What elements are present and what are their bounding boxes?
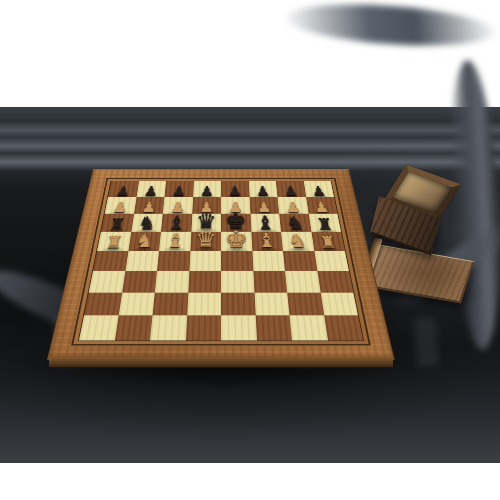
square-c2[interactable] [152, 292, 187, 315]
black-pawn-d8[interactable]: ♟ [193, 184, 221, 198]
square-e1[interactable] [221, 316, 257, 341]
square-h4[interactable] [314, 251, 349, 271]
white-knight-g5[interactable]: ♞ [281, 232, 314, 252]
square-h1[interactable] [324, 316, 363, 341]
square-g4[interactable] [283, 251, 317, 271]
square-g1[interactable] [290, 316, 328, 341]
square-c3[interactable] [155, 271, 189, 293]
square-b6[interactable]: ♞ [131, 214, 163, 232]
white-queen-d5[interactable]: ♛ [190, 229, 221, 252]
square-a2[interactable] [84, 292, 122, 315]
square-h6[interactable]: ♜ [308, 214, 341, 232]
board-frame: ♟♟♟♟♟♟♟♟♟♟♟♟♟♟♟♟♜♞♝♛♚♝♞♜♜♞♝♛♚♝♞♜ [47, 170, 395, 360]
square-f5[interactable]: ♝ [251, 232, 283, 251]
square-e3[interactable] [221, 271, 254, 293]
white-knight-b5[interactable]: ♞ [128, 232, 161, 252]
square-f3[interactable] [253, 271, 287, 293]
square-g7[interactable]: ♟ [278, 197, 309, 214]
square-h8[interactable]: ♟ [303, 181, 334, 197]
square-d2[interactable] [187, 292, 221, 315]
square-a1[interactable] [79, 316, 118, 341]
square-c4[interactable] [157, 251, 190, 271]
square-h2[interactable] [320, 292, 358, 315]
square-d3[interactable] [188, 271, 221, 293]
square-e2[interactable] [221, 292, 255, 315]
square-a7[interactable]: ♟ [105, 197, 137, 214]
square-f8[interactable]: ♟ [248, 181, 277, 197]
square-e4[interactable] [221, 251, 253, 271]
square-b2[interactable] [118, 292, 155, 315]
square-g5[interactable]: ♞ [281, 232, 314, 251]
black-pawn-h8[interactable]: ♟ [304, 184, 334, 198]
square-a5[interactable]: ♜ [97, 232, 131, 251]
board-grid: ♟♟♟♟♟♟♟♟♟♟♟♟♟♟♟♟♜♞♝♛♚♝♞♜♜♞♝♛♚♝♞♜ [78, 181, 364, 341]
black-rook-a6[interactable]: ♜ [101, 216, 134, 233]
white-bishop-c5[interactable]: ♝ [159, 231, 191, 251]
square-b7[interactable]: ♟ [134, 197, 165, 214]
white-pawn-a7[interactable]: ♟ [104, 200, 135, 215]
square-d1[interactable] [185, 316, 221, 341]
square-d4[interactable] [189, 251, 221, 271]
board-side-edge [49, 357, 393, 368]
square-e8[interactable]: ♟ [221, 181, 249, 197]
white-king-e5[interactable]: ♚ [221, 227, 252, 251]
square-g3[interactable] [285, 271, 320, 293]
white-rook-a5[interactable]: ♜ [97, 234, 131, 252]
photo-stage: ♟♟♟♟♟♟♟♟♟♟♟♟♟♟♟♟♜♞♝♛♚♝♞♜♜♞♝♛♚♝♞♜ [0, 0, 500, 500]
chess-board: ♟♟♟♟♟♟♟♟♟♟♟♟♟♟♟♟♜♞♝♛♚♝♞♜♜♞♝♛♚♝♞♜ [47, 170, 395, 360]
square-h3[interactable] [317, 271, 353, 293]
black-pawn-g8[interactable]: ♟ [276, 184, 306, 198]
square-a4[interactable] [93, 251, 128, 271]
square-c8[interactable]: ♟ [164, 181, 193, 197]
square-a6[interactable]: ♜ [101, 214, 134, 232]
square-c1[interactable] [150, 316, 187, 341]
square-b1[interactable] [114, 316, 152, 341]
white-pawn-h7[interactable]: ♟ [306, 200, 337, 215]
square-a8[interactable]: ♟ [108, 181, 139, 197]
square-f4[interactable] [252, 251, 285, 271]
black-pawn-f8[interactable]: ♟ [249, 184, 278, 198]
square-h7[interactable]: ♟ [306, 197, 338, 214]
black-pawn-c8[interactable]: ♟ [164, 184, 193, 198]
square-b4[interactable] [125, 251, 159, 271]
white-bishop-f5[interactable]: ♝ [251, 231, 283, 251]
square-c5[interactable]: ♝ [159, 232, 191, 251]
square-b5[interactable]: ♞ [128, 232, 161, 251]
black-rook-h6[interactable]: ♜ [309, 216, 342, 233]
square-f1[interactable] [255, 316, 292, 341]
square-b3[interactable] [122, 271, 157, 293]
board-inlay-border: ♟♟♟♟♟♟♟♟♟♟♟♟♟♟♟♟♜♞♝♛♚♝♞♜♜♞♝♛♚♝♞♜ [71, 178, 371, 345]
square-g2[interactable] [287, 292, 324, 315]
black-pawn-b8[interactable]: ♟ [136, 184, 166, 198]
square-d8[interactable]: ♟ [193, 181, 221, 197]
square-b8[interactable]: ♟ [136, 181, 166, 197]
square-g6[interactable]: ♞ [279, 214, 311, 232]
square-d5[interactable]: ♛ [190, 232, 221, 251]
square-g8[interactable]: ♟ [276, 181, 306, 197]
black-pawn-a8[interactable]: ♟ [108, 184, 138, 198]
square-f2[interactable] [254, 292, 289, 315]
black-pawn-e8[interactable]: ♟ [221, 184, 249, 198]
square-a3[interactable] [89, 271, 125, 293]
cloth-fold [284, 0, 496, 51]
square-h5[interactable]: ♜ [311, 232, 345, 251]
white-rook-h5[interactable]: ♜ [311, 234, 345, 252]
square-e5[interactable]: ♚ [221, 232, 252, 251]
